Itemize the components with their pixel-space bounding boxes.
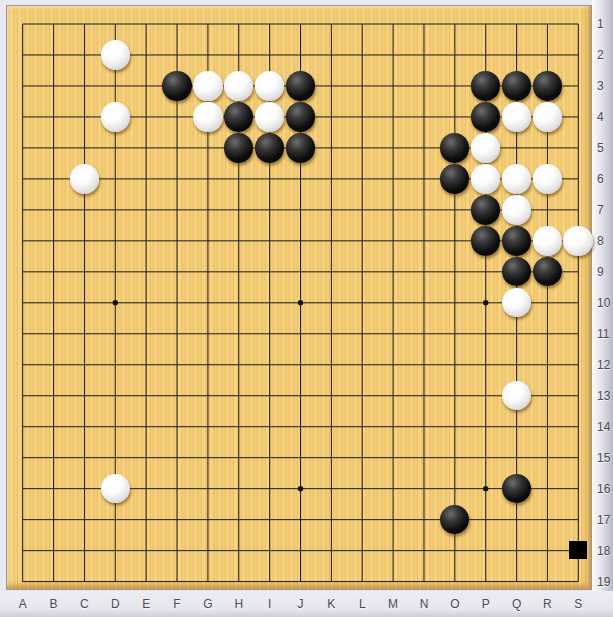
board-point-E14[interactable] <box>131 411 162 442</box>
board-point-G18[interactable] <box>192 535 223 566</box>
board-point-B6[interactable] <box>38 163 69 194</box>
board-point-K15[interactable] <box>316 442 347 473</box>
board-point-E1[interactable] <box>131 9 162 40</box>
board-point-S8[interactable] <box>563 225 594 256</box>
board-point-K1[interactable] <box>316 9 347 40</box>
board-point-B17[interactable] <box>38 504 69 535</box>
board-point-H16[interactable] <box>223 473 254 504</box>
board-point-A6[interactable] <box>7 163 38 194</box>
board-point-P4[interactable] <box>470 101 501 132</box>
board-point-R4[interactable] <box>532 101 563 132</box>
board-point-S7[interactable] <box>563 194 594 225</box>
black-stone-J3[interactable] <box>286 71 316 101</box>
board-point-C2[interactable] <box>69 39 100 70</box>
board-point-D13[interactable] <box>100 380 131 411</box>
board-point-P11[interactable] <box>470 318 501 349</box>
black-stone-O6[interactable] <box>440 164 470 194</box>
board-point-N11[interactable] <box>408 318 439 349</box>
board-point-S19[interactable] <box>563 566 594 597</box>
board-point-S15[interactable] <box>563 442 594 473</box>
white-stone-Q7[interactable] <box>502 195 532 225</box>
board-point-A11[interactable] <box>7 318 38 349</box>
black-stone-Q9[interactable] <box>502 257 532 287</box>
board-point-M10[interactable] <box>378 287 409 318</box>
board-point-H18[interactable] <box>223 535 254 566</box>
board-point-G7[interactable] <box>192 194 223 225</box>
white-stone-G3[interactable] <box>193 71 223 101</box>
board-point-F12[interactable] <box>162 349 193 380</box>
board-point-B18[interactable] <box>38 535 69 566</box>
black-stone-I5[interactable] <box>255 133 285 163</box>
board-point-M16[interactable] <box>378 473 409 504</box>
board-point-R14[interactable] <box>532 411 563 442</box>
board-point-B7[interactable] <box>38 194 69 225</box>
board-point-A3[interactable] <box>7 70 38 101</box>
board-point-G8[interactable] <box>192 225 223 256</box>
board-point-I3[interactable] <box>254 70 285 101</box>
board-point-C8[interactable] <box>69 225 100 256</box>
board-point-I12[interactable] <box>254 349 285 380</box>
black-stone-R9[interactable] <box>533 257 563 287</box>
board-point-R11[interactable] <box>532 318 563 349</box>
black-stone-H5[interactable] <box>224 133 254 163</box>
board-point-M7[interactable] <box>378 194 409 225</box>
board-point-N15[interactable] <box>408 442 439 473</box>
board-point-D6[interactable] <box>100 163 131 194</box>
board-point-H15[interactable] <box>223 442 254 473</box>
white-stone-R6[interactable] <box>533 164 563 194</box>
board-point-A4[interactable] <box>7 101 38 132</box>
board-point-B8[interactable] <box>38 225 69 256</box>
board-point-K14[interactable] <box>316 411 347 442</box>
board-point-L6[interactable] <box>347 163 378 194</box>
board-point-K8[interactable] <box>316 225 347 256</box>
board-point-P1[interactable] <box>470 9 501 40</box>
board-point-C18[interactable] <box>69 535 100 566</box>
board-point-O19[interactable] <box>439 566 470 597</box>
board-point-O8[interactable] <box>439 225 470 256</box>
board-point-E2[interactable] <box>131 39 162 70</box>
board-point-R13[interactable] <box>532 380 563 411</box>
board-point-H8[interactable] <box>223 225 254 256</box>
board-point-E19[interactable] <box>131 566 162 597</box>
board-point-L18[interactable] <box>347 535 378 566</box>
board-point-J19[interactable] <box>285 566 316 597</box>
board-point-R16[interactable] <box>532 473 563 504</box>
board-point-R1[interactable] <box>532 9 563 40</box>
board-point-C7[interactable] <box>69 194 100 225</box>
board-point-M3[interactable] <box>378 70 409 101</box>
board-point-E7[interactable] <box>131 194 162 225</box>
board-point-B12[interactable] <box>38 349 69 380</box>
white-stone-I4[interactable] <box>255 102 285 132</box>
board-point-B1[interactable] <box>38 9 69 40</box>
board-point-D10[interactable] <box>100 287 131 318</box>
white-stone-Q13[interactable] <box>502 381 532 411</box>
board-point-C19[interactable] <box>69 566 100 597</box>
board-point-C3[interactable] <box>69 70 100 101</box>
board-point-J3[interactable] <box>285 70 316 101</box>
board-point-H6[interactable] <box>223 163 254 194</box>
board-point-N9[interactable] <box>408 256 439 287</box>
board-point-L10[interactable] <box>347 287 378 318</box>
white-stone-C6[interactable] <box>70 164 100 194</box>
board-point-R9[interactable] <box>532 256 563 287</box>
board-point-K7[interactable] <box>316 194 347 225</box>
board-point-B2[interactable] <box>38 39 69 70</box>
board-point-O17[interactable] <box>439 504 470 535</box>
board-point-D14[interactable] <box>100 411 131 442</box>
board-point-R2[interactable] <box>532 39 563 70</box>
board-point-I10[interactable] <box>254 287 285 318</box>
board-point-O7[interactable] <box>439 194 470 225</box>
board-point-M8[interactable] <box>378 225 409 256</box>
board-point-J8[interactable] <box>285 225 316 256</box>
board-point-G2[interactable] <box>192 39 223 70</box>
board-point-G13[interactable] <box>192 380 223 411</box>
board-point-B10[interactable] <box>38 287 69 318</box>
board-point-E3[interactable] <box>131 70 162 101</box>
board-point-R19[interactable] <box>532 566 563 597</box>
board-point-E9[interactable] <box>131 256 162 287</box>
board-point-S1[interactable] <box>563 9 594 40</box>
board-point-Q8[interactable] <box>501 225 532 256</box>
board-point-O9[interactable] <box>439 256 470 287</box>
board-point-O12[interactable] <box>439 349 470 380</box>
board-point-A2[interactable] <box>7 39 38 70</box>
board-point-O2[interactable] <box>439 39 470 70</box>
board-point-A8[interactable] <box>7 225 38 256</box>
white-stone-D16[interactable] <box>101 474 131 504</box>
board-point-G9[interactable] <box>192 256 223 287</box>
board-point-H19[interactable] <box>223 566 254 597</box>
board-point-A15[interactable] <box>7 442 38 473</box>
board-point-P5[interactable] <box>470 132 501 163</box>
board-point-J9[interactable] <box>285 256 316 287</box>
board-point-C6[interactable] <box>69 163 100 194</box>
board-point-A1[interactable] <box>7 9 38 40</box>
board-point-Q19[interactable] <box>501 566 532 597</box>
board-point-R3[interactable] <box>532 70 563 101</box>
board-point-F15[interactable] <box>162 442 193 473</box>
board-point-P17[interactable] <box>470 504 501 535</box>
board-point-F3[interactable] <box>162 70 193 101</box>
board-point-I6[interactable] <box>254 163 285 194</box>
white-stone-S8[interactable] <box>563 226 593 256</box>
board-point-O14[interactable] <box>439 411 470 442</box>
board-point-L14[interactable] <box>347 411 378 442</box>
board-point-M9[interactable] <box>378 256 409 287</box>
board-point-P10[interactable] <box>470 287 501 318</box>
board-point-E8[interactable] <box>131 225 162 256</box>
board-point-Q9[interactable] <box>501 256 532 287</box>
board-point-I13[interactable] <box>254 380 285 411</box>
board-point-H17[interactable] <box>223 504 254 535</box>
board-point-R12[interactable] <box>532 349 563 380</box>
board-point-R6[interactable] <box>532 163 563 194</box>
board-point-C16[interactable] <box>69 473 100 504</box>
board-point-Q18[interactable] <box>501 535 532 566</box>
board-point-S12[interactable] <box>563 349 594 380</box>
board-point-N2[interactable] <box>408 39 439 70</box>
board-point-N19[interactable] <box>408 566 439 597</box>
board-point-L13[interactable] <box>347 380 378 411</box>
board-point-M6[interactable] <box>378 163 409 194</box>
board-point-N4[interactable] <box>408 101 439 132</box>
board-point-S9[interactable] <box>563 256 594 287</box>
board-point-L16[interactable] <box>347 473 378 504</box>
board-point-D5[interactable] <box>100 132 131 163</box>
white-stone-D2[interactable] <box>101 40 131 70</box>
board-point-F9[interactable] <box>162 256 193 287</box>
board-point-Q11[interactable] <box>501 318 532 349</box>
board-point-O1[interactable] <box>439 9 470 40</box>
board-point-A13[interactable] <box>7 380 38 411</box>
board-point-K2[interactable] <box>316 39 347 70</box>
board-point-D15[interactable] <box>100 442 131 473</box>
black-stone-J4[interactable] <box>286 102 316 132</box>
white-stone-G4[interactable] <box>193 102 223 132</box>
board-point-M5[interactable] <box>378 132 409 163</box>
board-point-H3[interactable] <box>223 70 254 101</box>
board-point-O3[interactable] <box>439 70 470 101</box>
board-point-P7[interactable] <box>470 194 501 225</box>
board-point-E16[interactable] <box>131 473 162 504</box>
board-point-C11[interactable] <box>69 318 100 349</box>
board-point-I8[interactable] <box>254 225 285 256</box>
board-point-O6[interactable] <box>439 163 470 194</box>
board-point-D19[interactable] <box>100 566 131 597</box>
board-point-A7[interactable] <box>7 194 38 225</box>
board-point-M4[interactable] <box>378 101 409 132</box>
board-point-Q2[interactable] <box>501 39 532 70</box>
board-point-F19[interactable] <box>162 566 193 597</box>
board-point-G12[interactable] <box>192 349 223 380</box>
board-point-C5[interactable] <box>69 132 100 163</box>
board-point-S16[interactable] <box>563 473 594 504</box>
board-point-Q4[interactable] <box>501 101 532 132</box>
board-point-M15[interactable] <box>378 442 409 473</box>
board-point-R5[interactable] <box>532 132 563 163</box>
white-stone-Q10[interactable] <box>502 288 532 318</box>
board-point-J14[interactable] <box>285 411 316 442</box>
board-point-C4[interactable] <box>69 101 100 132</box>
board-point-I16[interactable] <box>254 473 285 504</box>
board-point-O11[interactable] <box>439 318 470 349</box>
board-point-S11[interactable] <box>563 318 594 349</box>
board-point-O4[interactable] <box>439 101 470 132</box>
board-point-N1[interactable] <box>408 9 439 40</box>
board-point-L5[interactable] <box>347 132 378 163</box>
board-point-Q10[interactable] <box>501 287 532 318</box>
board-point-F10[interactable] <box>162 287 193 318</box>
board-point-L7[interactable] <box>347 194 378 225</box>
board-point-J17[interactable] <box>285 504 316 535</box>
black-stone-R3[interactable] <box>533 71 563 101</box>
board-point-Q14[interactable] <box>501 411 532 442</box>
board-point-L17[interactable] <box>347 504 378 535</box>
board-point-S2[interactable] <box>563 39 594 70</box>
board-point-C9[interactable] <box>69 256 100 287</box>
board-point-I18[interactable] <box>254 535 285 566</box>
board-point-N8[interactable] <box>408 225 439 256</box>
board-point-R10[interactable] <box>532 287 563 318</box>
board-point-P16[interactable] <box>470 473 501 504</box>
board-point-K19[interactable] <box>316 566 347 597</box>
board-point-A5[interactable] <box>7 132 38 163</box>
board-point-B11[interactable] <box>38 318 69 349</box>
board-point-K18[interactable] <box>316 535 347 566</box>
board-point-J7[interactable] <box>285 194 316 225</box>
board-point-F8[interactable] <box>162 225 193 256</box>
board-point-E10[interactable] <box>131 287 162 318</box>
white-stone-R8[interactable] <box>533 226 563 256</box>
board-point-N18[interactable] <box>408 535 439 566</box>
board-point-L12[interactable] <box>347 349 378 380</box>
board-point-D1[interactable] <box>100 9 131 40</box>
board-point-N17[interactable] <box>408 504 439 535</box>
board-point-A9[interactable] <box>7 256 38 287</box>
board-point-I5[interactable] <box>254 132 285 163</box>
board-point-I19[interactable] <box>254 566 285 597</box>
board-point-M11[interactable] <box>378 318 409 349</box>
board-point-K9[interactable] <box>316 256 347 287</box>
board-point-R8[interactable] <box>532 225 563 256</box>
board-point-S17[interactable] <box>563 504 594 535</box>
white-stone-D4[interactable] <box>101 102 131 132</box>
board-point-J6[interactable] <box>285 163 316 194</box>
board-point-J2[interactable] <box>285 39 316 70</box>
board-point-E17[interactable] <box>131 504 162 535</box>
black-stone-O5[interactable] <box>440 133 470 163</box>
board-point-D11[interactable] <box>100 318 131 349</box>
board-point-B15[interactable] <box>38 442 69 473</box>
board-point-G15[interactable] <box>192 442 223 473</box>
board-point-B13[interactable] <box>38 380 69 411</box>
board-point-P8[interactable] <box>470 225 501 256</box>
board-point-S13[interactable] <box>563 380 594 411</box>
board-point-P14[interactable] <box>470 411 501 442</box>
board-point-S4[interactable] <box>563 101 594 132</box>
board-point-M2[interactable] <box>378 39 409 70</box>
board-point-I1[interactable] <box>254 9 285 40</box>
board-point-F1[interactable] <box>162 9 193 40</box>
board-point-G10[interactable] <box>192 287 223 318</box>
board-point-F14[interactable] <box>162 411 193 442</box>
board-point-D4[interactable] <box>100 101 131 132</box>
board-point-S14[interactable] <box>563 411 594 442</box>
board-point-O10[interactable] <box>439 287 470 318</box>
board-point-N10[interactable] <box>408 287 439 318</box>
board-point-K3[interactable] <box>316 70 347 101</box>
board-point-B14[interactable] <box>38 411 69 442</box>
board-point-Q3[interactable] <box>501 70 532 101</box>
board-point-K17[interactable] <box>316 504 347 535</box>
board-point-L19[interactable] <box>347 566 378 597</box>
board-point-C17[interactable] <box>69 504 100 535</box>
board-point-P9[interactable] <box>470 256 501 287</box>
board-point-D8[interactable] <box>100 225 131 256</box>
board-point-F16[interactable] <box>162 473 193 504</box>
board-point-M13[interactable] <box>378 380 409 411</box>
board-point-J11[interactable] <box>285 318 316 349</box>
white-stone-P6[interactable] <box>471 164 501 194</box>
black-stone-P8[interactable] <box>471 226 501 256</box>
board-point-C14[interactable] <box>69 411 100 442</box>
board-point-D17[interactable] <box>100 504 131 535</box>
board-point-B4[interactable] <box>38 101 69 132</box>
board-point-B19[interactable] <box>38 566 69 597</box>
board-point-I15[interactable] <box>254 442 285 473</box>
board-point-Q5[interactable] <box>501 132 532 163</box>
board-point-N16[interactable] <box>408 473 439 504</box>
board-point-D9[interactable] <box>100 256 131 287</box>
black-square-marker-S18[interactable] <box>569 541 587 559</box>
white-stone-R4[interactable] <box>533 102 563 132</box>
board-point-I17[interactable] <box>254 504 285 535</box>
board-point-K11[interactable] <box>316 318 347 349</box>
board-point-D2[interactable] <box>100 39 131 70</box>
board-point-J13[interactable] <box>285 380 316 411</box>
board-point-S6[interactable] <box>563 163 594 194</box>
board-point-A12[interactable] <box>7 349 38 380</box>
board-point-F13[interactable] <box>162 380 193 411</box>
board-point-C1[interactable] <box>69 9 100 40</box>
board-point-N6[interactable] <box>408 163 439 194</box>
board-point-G16[interactable] <box>192 473 223 504</box>
board-point-M12[interactable] <box>378 349 409 380</box>
board-point-O18[interactable] <box>439 535 470 566</box>
board-point-Q16[interactable] <box>501 473 532 504</box>
board-point-G14[interactable] <box>192 411 223 442</box>
board-point-A16[interactable] <box>7 473 38 504</box>
white-stone-I3[interactable] <box>255 71 285 101</box>
board-point-H2[interactable] <box>223 39 254 70</box>
board-point-G1[interactable] <box>192 9 223 40</box>
board-point-N7[interactable] <box>408 194 439 225</box>
board-point-C10[interactable] <box>69 287 100 318</box>
board-point-I7[interactable] <box>254 194 285 225</box>
black-stone-Q3[interactable] <box>502 71 532 101</box>
board-point-K16[interactable] <box>316 473 347 504</box>
board-point-O13[interactable] <box>439 380 470 411</box>
black-stone-P7[interactable] <box>471 195 501 225</box>
black-stone-F3[interactable] <box>162 71 192 101</box>
board-point-Q6[interactable] <box>501 163 532 194</box>
board-point-I11[interactable] <box>254 318 285 349</box>
board-point-E18[interactable] <box>131 535 162 566</box>
board-point-P12[interactable] <box>470 349 501 380</box>
board-point-L11[interactable] <box>347 318 378 349</box>
board-point-E6[interactable] <box>131 163 162 194</box>
board-point-S5[interactable] <box>563 132 594 163</box>
board-point-K4[interactable] <box>316 101 347 132</box>
board-point-L15[interactable] <box>347 442 378 473</box>
board-point-P13[interactable] <box>470 380 501 411</box>
board-point-H5[interactable] <box>223 132 254 163</box>
board-point-H11[interactable] <box>223 318 254 349</box>
board-point-B16[interactable] <box>38 473 69 504</box>
board-point-F18[interactable] <box>162 535 193 566</box>
board-point-Q17[interactable] <box>501 504 532 535</box>
board-point-N13[interactable] <box>408 380 439 411</box>
board-point-E12[interactable] <box>131 349 162 380</box>
board-point-G19[interactable] <box>192 566 223 597</box>
board-point-E13[interactable] <box>131 380 162 411</box>
board-point-N5[interactable] <box>408 132 439 163</box>
board-point-P18[interactable] <box>470 535 501 566</box>
board-point-C15[interactable] <box>69 442 100 473</box>
